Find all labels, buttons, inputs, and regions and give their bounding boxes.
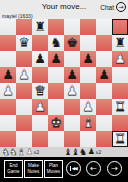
white-pawn[interactable]: ♟ — [64, 83, 80, 99]
black-pawn[interactable]: ♟ — [80, 51, 96, 67]
square-b4[interactable] — [16, 83, 32, 99]
captured-pieces-strip: ♞♞♝ ♟ x2 ♝♝♞ ♟ x2 — [0, 147, 128, 157]
captured-black-pawn-count: x2 — [95, 149, 101, 155]
captured-white-group: ♞♞♝ ♟ x2 — [2, 147, 40, 157]
square-b6[interactable] — [16, 51, 32, 67]
black-pawn[interactable]: ♟ — [64, 67, 80, 83]
square-f3[interactable]: ♟ — [80, 99, 96, 115]
next-move-button[interactable]: → — [107, 161, 122, 176]
square-g3[interactable] — [96, 99, 112, 115]
square-e8[interactable] — [64, 19, 80, 35]
black-knight[interactable]: ♞ — [48, 35, 64, 51]
square-h5[interactable] — [112, 67, 128, 83]
chat-button-label: Chat — [100, 4, 114, 11]
square-d5[interactable] — [48, 67, 64, 83]
black-rook[interactable]: ♜ — [32, 19, 48, 35]
white-pawn[interactable]: ♟ — [112, 51, 128, 67]
square-a4[interactable]: ♟ — [0, 83, 16, 99]
black-queen[interactable]: ♛ — [16, 35, 32, 51]
square-e2[interactable] — [64, 115, 80, 131]
square-a7[interactable] — [0, 35, 16, 51]
square-d7[interactable]: ♞ — [48, 35, 64, 51]
square-f1[interactable] — [80, 131, 96, 147]
white-rook[interactable]: ♜ — [112, 131, 128, 147]
white-pawn[interactable]: ♟ — [32, 99, 48, 115]
captured-black-group: ♝♝♞ ♟ x2 — [64, 147, 102, 157]
square-d8[interactable] — [48, 19, 64, 35]
square-h3[interactable]: ♜ — [112, 99, 128, 115]
square-d4[interactable] — [48, 83, 64, 99]
skip-to-start-icon: ◀◀ — [70, 162, 76, 175]
black-pawn[interactable]: ♟ — [32, 51, 48, 67]
square-h1[interactable]: ♜ — [112, 131, 128, 147]
square-e7[interactable]: ♚ — [64, 35, 80, 51]
square-g5[interactable]: ♟ — [96, 67, 112, 83]
square-f5[interactable] — [80, 67, 96, 83]
chat-button[interactable]: Chat → — [100, 2, 126, 12]
square-c7[interactable] — [32, 35, 48, 51]
square-c3[interactable]: ♟ — [32, 99, 48, 115]
square-b2[interactable] — [16, 115, 32, 131]
square-c5[interactable] — [32, 67, 48, 83]
captured-black-pieces: ♝♝♞ — [64, 147, 87, 157]
square-a5[interactable]: ♟ — [0, 67, 16, 83]
square-e6[interactable] — [64, 51, 80, 67]
end-game-button[interactable]: End Game — [4, 160, 23, 178]
square-b7[interactable]: ♛ — [16, 35, 32, 51]
square-f4[interactable] — [80, 83, 96, 99]
square-c1[interactable] — [32, 131, 48, 147]
previous-move-button[interactable]: ← — [86, 161, 101, 176]
board: ♜♛♞♚♜♟♟♟♟♟♟♟♟♟♛♟♟♟♜♚♝♜ — [0, 19, 128, 147]
square-e5[interactable]: ♟ — [64, 67, 80, 83]
square-f8[interactable] — [80, 19, 96, 35]
top-bar: Your move... Chat → maytel (1633) — [0, 0, 128, 19]
square-h8[interactable] — [112, 19, 128, 35]
chess-app-screen: Your move... Chat → maytel (1633) ♜♛♞♚♜♟… — [0, 0, 128, 182]
captured-black-pawn-icon: ♟ — [88, 147, 95, 157]
white-king[interactable]: ♚ — [48, 115, 64, 131]
square-e1[interactable] — [64, 131, 80, 147]
black-king[interactable]: ♚ — [64, 35, 80, 51]
black-pawn[interactable]: ♟ — [48, 51, 64, 67]
square-g7[interactable] — [96, 35, 112, 51]
square-c8[interactable]: ♜ — [32, 19, 48, 35]
square-f7[interactable] — [80, 35, 96, 51]
white-rook[interactable]: ♜ — [112, 99, 128, 115]
black-pawn[interactable]: ♟ — [0, 67, 16, 83]
square-a6[interactable] — [0, 51, 16, 67]
square-b8[interactable] — [16, 19, 32, 35]
captured-white-pawn-count: x2 — [33, 149, 39, 155]
left-arrow-icon: ← — [90, 162, 97, 175]
square-b5[interactable]: ♟ — [16, 67, 32, 83]
square-c2[interactable] — [32, 115, 48, 131]
square-g4[interactable] — [96, 83, 112, 99]
square-e3[interactable] — [64, 99, 80, 115]
skip-to-start-button[interactable]: ◀◀ — [66, 161, 81, 176]
square-h2[interactable] — [112, 115, 128, 131]
square-h7[interactable]: ♜ — [112, 35, 128, 51]
square-g2[interactable] — [96, 115, 112, 131]
square-a3[interactable] — [0, 99, 16, 115]
square-e4[interactable]: ♟ — [64, 83, 80, 99]
black-pawn[interactable]: ♟ — [96, 67, 112, 83]
square-d2[interactable]: ♚ — [48, 115, 64, 131]
square-g8[interactable] — [96, 19, 112, 35]
app-bar: End Game Make Notes Plan Moves ◀◀ ← → — [0, 157, 128, 182]
square-a8[interactable] — [0, 19, 16, 35]
square-d6[interactable]: ♟ — [48, 51, 64, 67]
chat-arrow-icon: → — [116, 2, 126, 12]
plan-moves-button[interactable]: Plan Moves — [44, 160, 63, 178]
right-arrow-icon: → — [111, 162, 118, 175]
square-a1[interactable] — [0, 131, 16, 147]
square-d1[interactable] — [48, 131, 64, 147]
square-c4[interactable]: ♛ — [32, 83, 48, 99]
white-pawn[interactable]: ♟ — [0, 83, 16, 99]
square-g1[interactable] — [96, 131, 112, 147]
square-b1[interactable] — [16, 131, 32, 147]
make-notes-button[interactable]: Make Notes — [24, 160, 43, 178]
white-pawn[interactable]: ♟ — [80, 99, 96, 115]
square-c6[interactable]: ♟ — [32, 51, 48, 67]
square-h6[interactable]: ♟ — [112, 51, 128, 67]
square-d3[interactable] — [48, 99, 64, 115]
captured-white-pawn-icon: ♟ — [26, 147, 33, 157]
captured-white-pieces: ♞♞♝ — [2, 147, 25, 157]
square-f2[interactable]: ♝ — [80, 115, 96, 131]
black-rook[interactable]: ♜ — [112, 35, 128, 51]
white-bishop[interactable]: ♝ — [80, 115, 96, 131]
white-queen[interactable]: ♛ — [32, 83, 48, 99]
square-g6[interactable] — [96, 51, 112, 67]
square-a2[interactable] — [0, 115, 16, 131]
square-b3[interactable] — [16, 99, 32, 115]
square-f6[interactable]: ♟ — [80, 51, 96, 67]
white-pawn[interactable]: ♟ — [16, 67, 32, 83]
square-h4[interactable] — [112, 83, 128, 99]
